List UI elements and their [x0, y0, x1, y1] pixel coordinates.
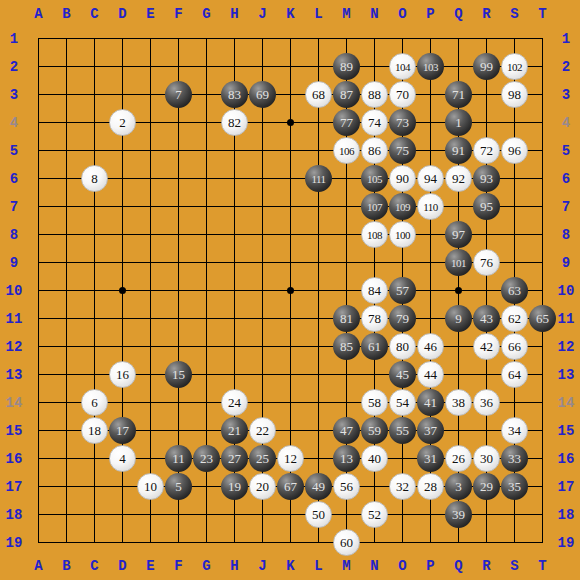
stone-number: 46	[424, 339, 437, 355]
stone-number: 39	[452, 507, 465, 523]
row-label-left-8: 8	[0, 221, 28, 249]
stone-move-79-o11[interactable]: 79	[389, 305, 416, 332]
stone-number: 84	[368, 283, 381, 299]
stone-number: 85	[340, 339, 353, 355]
stone-number: 97	[452, 227, 465, 243]
col-label-bottom-r: R	[473, 552, 501, 580]
row-label-left-12: 12	[0, 333, 28, 361]
stone-move-101-q9[interactable]: 101	[445, 249, 472, 276]
stone-move-28-p17[interactable]: 28	[417, 473, 444, 500]
row-label-right-7: 7	[552, 193, 580, 221]
stone-number: 3	[455, 479, 462, 495]
stone-number: 12	[284, 451, 297, 467]
star-point-d10	[119, 287, 126, 294]
stone-move-15-f13[interactable]: 15	[165, 361, 192, 388]
stone-move-99-r2[interactable]: 99	[473, 53, 500, 80]
stone-number: 55	[396, 423, 409, 439]
stone-number: 47	[340, 423, 353, 439]
stone-number: 111	[311, 173, 325, 185]
row-label-right-10: 10	[552, 277, 580, 305]
row-label-left-6: 6	[0, 165, 28, 193]
stone-number: 81	[340, 311, 353, 327]
stone-move-57-o10[interactable]: 57	[389, 277, 416, 304]
row-label-right-18: 18	[552, 501, 580, 529]
stone-move-64-s13[interactable]: 64	[501, 361, 528, 388]
row-label-left-17: 17	[0, 473, 28, 501]
stone-move-43-r11[interactable]: 43	[473, 305, 500, 332]
stone-number: 30	[480, 451, 493, 467]
stone-move-40-n16[interactable]: 40	[361, 445, 388, 472]
col-label-top-d: D	[109, 0, 137, 28]
stone-number: 50	[312, 507, 325, 523]
col-label-top-g: G	[193, 0, 221, 28]
stone-number: 5	[175, 479, 182, 495]
stone-number: 25	[256, 451, 269, 467]
stone-move-10-e17[interactable]: 10	[137, 473, 164, 500]
stone-move-82-h4[interactable]: 82	[221, 109, 248, 136]
row-label-right-3: 3	[552, 81, 580, 109]
row-label-left-11: 11	[0, 305, 28, 333]
stone-number: 23	[200, 451, 213, 467]
stone-move-92-q6[interactable]: 92	[445, 165, 472, 192]
row-label-right-13: 13	[552, 361, 580, 389]
stone-move-86-n5[interactable]: 86	[361, 137, 388, 164]
stone-move-4-d16[interactable]: 4	[109, 445, 136, 472]
stone-move-87-m3[interactable]: 87	[333, 81, 360, 108]
stone-number: 89	[340, 59, 353, 75]
stone-number: 107	[367, 201, 382, 213]
stone-number: 75	[396, 143, 409, 159]
stone-move-76-r9[interactable]: 76	[473, 249, 500, 276]
stone-number: 65	[536, 311, 549, 327]
row-label-left-16: 16	[0, 445, 28, 473]
col-label-top-k: K	[277, 0, 305, 28]
stone-number: 33	[508, 451, 521, 467]
col-label-bottom-g: G	[193, 552, 221, 580]
stone-number: 72	[480, 143, 493, 159]
stone-number: 18	[88, 423, 101, 439]
stone-number: 90	[396, 171, 409, 187]
row-label-right-5: 5	[552, 137, 580, 165]
row-label-right-11: 11	[552, 305, 580, 333]
col-label-bottom-d: D	[109, 552, 137, 580]
stone-move-16-d13[interactable]: 16	[109, 361, 136, 388]
stone-move-19-h17[interactable]: 19	[221, 473, 248, 500]
stone-move-24-h14[interactable]: 24	[221, 389, 248, 416]
stone-move-25-j16[interactable]: 25	[249, 445, 276, 472]
stone-number: 104	[395, 61, 410, 73]
stone-number: 106	[339, 145, 354, 157]
stone-number: 100	[395, 229, 410, 241]
stone-move-93-r6[interactable]: 93	[473, 165, 500, 192]
row-label-left-10: 10	[0, 277, 28, 305]
stone-number: 36	[480, 395, 493, 411]
stone-number: 86	[368, 143, 381, 159]
stone-number: 44	[424, 367, 437, 383]
stone-move-69-j3[interactable]: 69	[249, 81, 276, 108]
stone-number: 99	[480, 59, 493, 75]
col-label-top-p: P	[417, 0, 445, 28]
stone-number: 6	[91, 395, 98, 411]
stone-move-9-q11[interactable]: 9	[445, 305, 472, 332]
stone-move-39-q18[interactable]: 39	[445, 501, 472, 528]
col-label-top-f: F	[165, 0, 193, 28]
stone-move-98-s3[interactable]: 98	[501, 81, 528, 108]
stone-number: 68	[312, 87, 325, 103]
stone-move-32-o17[interactable]: 32	[389, 473, 416, 500]
row-label-right-12: 12	[552, 333, 580, 361]
stone-number: 94	[424, 171, 437, 187]
stone-number: 56	[340, 479, 353, 495]
stone-move-7-f3[interactable]: 7	[165, 81, 192, 108]
row-label-right-6: 6	[552, 165, 580, 193]
stone-move-73-o4[interactable]: 73	[389, 109, 416, 136]
stone-number: 21	[228, 423, 241, 439]
col-label-top-m: M	[333, 0, 361, 28]
col-label-top-c: C	[81, 0, 109, 28]
stone-number: 52	[368, 507, 381, 523]
col-label-bottom-h: H	[221, 552, 249, 580]
row-label-right-15: 15	[552, 417, 580, 445]
stone-number: 27	[228, 451, 241, 467]
stone-number: 17	[116, 423, 129, 439]
col-label-bottom-c: C	[81, 552, 109, 580]
stone-number: 83	[228, 87, 241, 103]
row-label-left-18: 18	[0, 501, 28, 529]
stone-number: 40	[368, 451, 381, 467]
stone-move-94-p6[interactable]: 94	[417, 165, 444, 192]
star-point-k4	[287, 119, 294, 126]
stone-move-33-s16[interactable]: 33	[501, 445, 528, 472]
stone-number: 38	[452, 395, 465, 411]
row-label-left-7: 7	[0, 193, 28, 221]
stone-number: 61	[368, 339, 381, 355]
stone-number: 64	[508, 367, 521, 383]
row-label-right-14: 14	[552, 389, 580, 417]
stone-number: 32	[396, 479, 409, 495]
stone-move-62-s11[interactable]: 62	[501, 305, 528, 332]
stone-move-20-j17[interactable]: 20	[249, 473, 276, 500]
col-label-bottom-o: O	[389, 552, 417, 580]
stone-number: 35	[508, 479, 521, 495]
stone-move-13-m16[interactable]: 13	[333, 445, 360, 472]
stone-move-74-n4[interactable]: 74	[361, 109, 388, 136]
stone-move-75-o5[interactable]: 75	[389, 137, 416, 164]
row-label-left-2: 2	[0, 53, 28, 81]
stone-number: 87	[340, 87, 353, 103]
col-label-bottom-f: F	[165, 552, 193, 580]
stone-number: 28	[424, 479, 437, 495]
stone-number: 95	[480, 199, 493, 215]
row-label-left-4: 4	[0, 109, 28, 137]
row-label-left-14: 14	[0, 389, 28, 417]
col-label-bottom-e: E	[137, 552, 165, 580]
stone-number: 8	[91, 171, 98, 187]
stone-number: 13	[340, 451, 353, 467]
stone-move-22-j15[interactable]: 22	[249, 417, 276, 444]
stone-number: 74	[368, 115, 381, 131]
stone-move-89-m2[interactable]: 89	[333, 53, 360, 80]
col-label-bottom-q: Q	[445, 552, 473, 580]
stone-move-27-h16[interactable]: 27	[221, 445, 248, 472]
stone-move-35-s17[interactable]: 35	[501, 473, 528, 500]
stone-number: 29	[480, 479, 493, 495]
stone-move-54-o14[interactable]: 54	[389, 389, 416, 416]
stone-move-66-s12[interactable]: 66	[501, 333, 528, 360]
row-label-right-2: 2	[552, 53, 580, 81]
stone-number: 62	[508, 311, 521, 327]
stone-number: 22	[256, 423, 269, 439]
stone-number: 26	[452, 451, 465, 467]
stone-number: 73	[396, 115, 409, 131]
stone-number: 16	[116, 367, 129, 383]
stone-number: 78	[368, 311, 381, 327]
stone-number: 96	[508, 143, 521, 159]
stone-move-5-f17[interactable]: 5	[165, 473, 192, 500]
stone-number: 88	[368, 87, 381, 103]
stone-move-100-o8[interactable]: 100	[389, 221, 416, 248]
col-label-top-s: S	[501, 0, 529, 28]
stone-move-49-l17[interactable]: 49	[305, 473, 332, 500]
stone-move-56-m17[interactable]: 56	[333, 473, 360, 500]
row-label-right-4: 4	[552, 109, 580, 137]
stone-move-30-r16[interactable]: 30	[473, 445, 500, 472]
col-label-bottom-j: J	[249, 552, 277, 580]
stone-number: 91	[452, 143, 465, 159]
row-label-left-15: 15	[0, 417, 28, 445]
col-label-top-r: R	[473, 0, 501, 28]
col-label-top-n: N	[361, 0, 389, 28]
stone-number: 15	[172, 367, 185, 383]
stone-move-109-o7[interactable]: 109	[389, 193, 416, 220]
row-label-left-13: 13	[0, 361, 28, 389]
stone-number: 49	[312, 479, 325, 495]
col-label-bottom-n: N	[361, 552, 389, 580]
col-label-bottom-b: B	[53, 552, 81, 580]
stone-move-26-q16[interactable]: 26	[445, 445, 472, 472]
stone-move-106-m5[interactable]: 106	[333, 137, 360, 164]
stone-move-105-n6[interactable]: 105	[361, 165, 388, 192]
row-label-left-1: 1	[0, 25, 28, 53]
stone-number: 54	[396, 395, 409, 411]
stone-move-2-d4[interactable]: 2	[109, 109, 136, 136]
row-label-left-19: 19	[0, 529, 28, 557]
stone-move-34-s15[interactable]: 34	[501, 417, 528, 444]
stone-number: 34	[508, 423, 521, 439]
stone-move-84-n10[interactable]: 84	[361, 277, 388, 304]
stone-move-17-d15[interactable]: 17	[109, 417, 136, 444]
stone-move-108-n8[interactable]: 108	[361, 221, 388, 248]
row-label-right-19: 19	[552, 529, 580, 557]
stone-move-104-o2[interactable]: 104	[389, 53, 416, 80]
stone-move-78-n11[interactable]: 78	[361, 305, 388, 332]
stone-number: 103	[423, 61, 438, 73]
stone-move-88-n3[interactable]: 88	[361, 81, 388, 108]
stone-move-111-l6[interactable]: 111	[305, 165, 332, 192]
stone-number: 9	[455, 311, 462, 327]
col-label-bottom-m: M	[333, 552, 361, 580]
stone-move-91-q5[interactable]: 91	[445, 137, 472, 164]
stone-number: 59	[368, 423, 381, 439]
stone-move-31-p16[interactable]: 31	[417, 445, 444, 472]
col-label-top-q: Q	[445, 0, 473, 28]
stone-move-29-r17[interactable]: 29	[473, 473, 500, 500]
stone-move-77-m4[interactable]: 77	[333, 109, 360, 136]
stone-move-65-t11[interactable]: 65	[529, 305, 556, 332]
stone-number: 20	[256, 479, 269, 495]
stone-move-81-m11[interactable]: 81	[333, 305, 360, 332]
stone-number: 60	[340, 535, 353, 551]
stone-number: 24	[228, 395, 241, 411]
stone-number: 10	[144, 479, 157, 495]
stone-number: 69	[256, 87, 269, 103]
col-label-bottom-k: K	[277, 552, 305, 580]
col-label-top-j: J	[249, 0, 277, 28]
stone-move-45-o13[interactable]: 45	[389, 361, 416, 388]
stone-move-83-h3[interactable]: 83	[221, 81, 248, 108]
row-label-right-9: 9	[552, 249, 580, 277]
stone-move-46-p12[interactable]: 46	[417, 333, 444, 360]
stone-number: 4	[119, 451, 126, 467]
star-point-k10	[287, 287, 294, 294]
stone-number: 67	[284, 479, 297, 495]
stone-move-90-o6[interactable]: 90	[389, 165, 416, 192]
stone-move-72-r5[interactable]: 72	[473, 137, 500, 164]
col-label-top-h: H	[221, 0, 249, 28]
stone-number: 43	[480, 311, 493, 327]
stone-move-55-o15[interactable]: 55	[389, 417, 416, 444]
stone-number: 11	[172, 451, 185, 467]
stone-move-63-s10[interactable]: 63	[501, 277, 528, 304]
col-label-bottom-p: P	[417, 552, 445, 580]
stone-number: 80	[396, 339, 409, 355]
stone-move-41-p14[interactable]: 41	[417, 389, 444, 416]
stone-number: 77	[340, 115, 353, 131]
stone-number: 57	[396, 283, 409, 299]
stone-number: 2	[119, 115, 126, 131]
stone-move-37-p15[interactable]: 37	[417, 417, 444, 444]
stone-move-38-q14[interactable]: 38	[445, 389, 472, 416]
stone-number: 98	[508, 87, 521, 103]
stone-move-70-o3[interactable]: 70	[389, 81, 416, 108]
stone-number: 70	[396, 87, 409, 103]
stone-move-68-l3[interactable]: 68	[305, 81, 332, 108]
row-label-right-16: 16	[552, 445, 580, 473]
stone-move-18-c15[interactable]: 18	[81, 417, 108, 444]
stone-move-1-q4[interactable]: 1	[445, 109, 472, 136]
col-label-top-b: B	[53, 0, 81, 28]
stone-number: 66	[508, 339, 521, 355]
stone-move-80-o12[interactable]: 80	[389, 333, 416, 360]
stone-move-67-k17[interactable]: 67	[277, 473, 304, 500]
col-label-bottom-l: L	[305, 552, 333, 580]
stone-move-6-c14[interactable]: 6	[81, 389, 108, 416]
stone-number: 101	[451, 257, 466, 269]
stone-number: 63	[508, 283, 521, 299]
stone-number: 110	[423, 201, 438, 213]
row-label-right-17: 17	[552, 473, 580, 501]
col-label-bottom-s: S	[501, 552, 529, 580]
stone-number: 79	[396, 311, 409, 327]
go-board[interactable]: AABBCCDDEEFFGGHHJJKKLLMMNNOOPPQQRRSSTT11…	[0, 0, 580, 580]
stone-move-50-l18[interactable]: 50	[305, 501, 332, 528]
row-label-right-8: 8	[552, 221, 580, 249]
stone-move-3-q17[interactable]: 3	[445, 473, 472, 500]
stone-move-85-m12[interactable]: 85	[333, 333, 360, 360]
stone-number: 93	[480, 171, 493, 187]
col-label-bottom-a: A	[25, 552, 53, 580]
stone-number: 71	[452, 87, 465, 103]
stone-move-47-m15[interactable]: 47	[333, 417, 360, 444]
stone-move-97-q8[interactable]: 97	[445, 221, 472, 248]
stone-move-110-p7[interactable]: 110	[417, 193, 444, 220]
row-label-left-3: 3	[0, 81, 28, 109]
stone-number: 42	[480, 339, 493, 355]
stone-move-71-q3[interactable]: 71	[445, 81, 472, 108]
stone-move-96-s5[interactable]: 96	[501, 137, 528, 164]
col-label-top-l: L	[305, 0, 333, 28]
stone-move-21-h15[interactable]: 21	[221, 417, 248, 444]
star-point-q10	[455, 287, 462, 294]
stone-number: 58	[368, 395, 381, 411]
stone-number: 82	[228, 115, 241, 131]
stone-move-107-n7[interactable]: 107	[361, 193, 388, 220]
stone-move-102-s2[interactable]: 102	[501, 53, 528, 80]
stone-number: 45	[396, 367, 409, 383]
stone-move-95-r7[interactable]: 95	[473, 193, 500, 220]
stone-move-58-n14[interactable]: 58	[361, 389, 388, 416]
row-label-left-5: 5	[0, 137, 28, 165]
stone-move-11-f16[interactable]: 11	[165, 445, 192, 472]
stone-number: 76	[480, 255, 493, 271]
stone-number: 109	[395, 201, 410, 213]
stone-move-8-c6[interactable]: 8	[81, 165, 108, 192]
stone-move-36-r14[interactable]: 36	[473, 389, 500, 416]
stone-number: 19	[228, 479, 241, 495]
stone-move-52-n18[interactable]: 52	[361, 501, 388, 528]
stone-move-59-n15[interactable]: 59	[361, 417, 388, 444]
stone-move-60-m19[interactable]: 60	[333, 529, 360, 556]
stone-number: 105	[367, 173, 382, 185]
col-label-top-o: O	[389, 0, 417, 28]
col-label-top-a: A	[25, 0, 53, 28]
stone-move-103-p2[interactable]: 103	[417, 53, 444, 80]
stone-number: 1	[455, 115, 462, 131]
stone-number: 41	[424, 395, 437, 411]
stone-number: 7	[175, 87, 182, 103]
stone-move-44-p13[interactable]: 44	[417, 361, 444, 388]
stone-number: 92	[452, 171, 465, 187]
row-label-right-1: 1	[552, 25, 580, 53]
stone-move-42-r12[interactable]: 42	[473, 333, 500, 360]
stone-number: 31	[424, 451, 437, 467]
stone-number: 102	[507, 61, 522, 73]
stone-move-61-n12[interactable]: 61	[361, 333, 388, 360]
stone-number: 108	[367, 229, 382, 241]
stone-move-23-g16[interactable]: 23	[193, 445, 220, 472]
stone-move-12-k16[interactable]: 12	[277, 445, 304, 472]
stone-number: 37	[424, 423, 437, 439]
row-label-left-9: 9	[0, 249, 28, 277]
col-label-top-e: E	[137, 0, 165, 28]
